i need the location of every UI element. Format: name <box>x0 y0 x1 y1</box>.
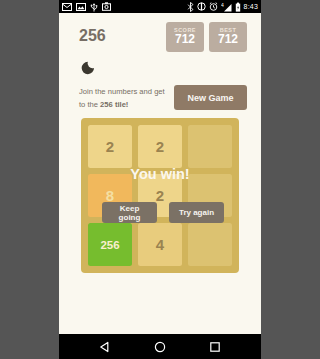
navigation-bar <box>59 334 261 359</box>
screenshot-image-icon <box>76 3 86 11</box>
dark-mode-moon-icon[interactable] <box>80 61 95 76</box>
intro-line2: to the <box>79 100 100 109</box>
alarm-icon <box>209 2 218 11</box>
best-box: BEST 712 <box>209 22 247 52</box>
page-title: 256 <box>79 27 106 45</box>
win-overlay: You win! Keep going Try again <box>81 118 239 273</box>
status-bar: 4 8:43 <box>59 0 261 13</box>
phone-screen: 4 8:43 256 SCORE 712 BEST 712 Join the n… <box>59 0 261 359</box>
intro-goal: 256 tile! <box>100 100 128 109</box>
silent-mode-icon <box>197 2 206 11</box>
bluetooth-icon <box>187 2 194 12</box>
try-again-button[interactable]: Try again <box>169 202 224 223</box>
camera-icon <box>102 2 111 11</box>
best-value: 712 <box>218 33 238 46</box>
win-message: You win! <box>81 166 239 182</box>
intro-line1: Join the numbers and get <box>79 87 165 96</box>
usb-icon <box>90 2 98 12</box>
game-board[interactable]: 2 2 8 2 256 4 You win! Keep going Try ag… <box>81 118 239 273</box>
svg-text:4: 4 <box>221 2 224 8</box>
battery-icon <box>235 2 241 12</box>
keep-going-button[interactable]: Keep going <box>102 202 157 223</box>
back-icon[interactable] <box>99 341 111 353</box>
recents-icon[interactable] <box>209 341 221 353</box>
clock-text: 8:43 <box>244 3 258 10</box>
status-bar-system: 4 8:43 <box>187 2 258 12</box>
intro-text: Join the numbers and get to the 256 tile… <box>79 85 175 111</box>
signal-icon: 4 <box>221 2 232 12</box>
status-bar-notifications <box>62 2 111 12</box>
score-value: 712 <box>175 33 195 46</box>
new-game-button[interactable]: New Game <box>174 85 247 110</box>
score-box: SCORE 712 <box>166 22 204 52</box>
email-icon <box>62 3 72 11</box>
home-icon[interactable] <box>154 341 166 353</box>
